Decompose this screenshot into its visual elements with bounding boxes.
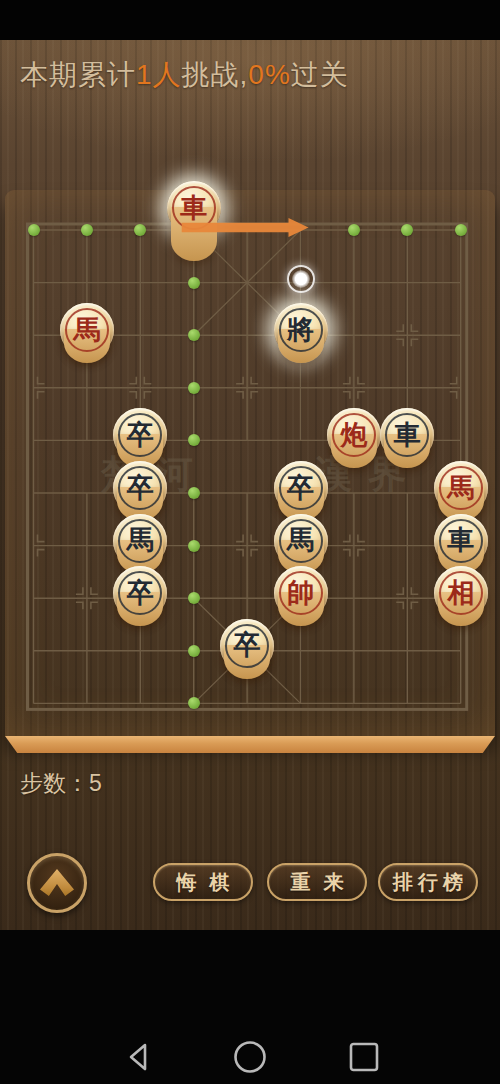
board-front-edge xyxy=(5,736,495,753)
piece-black-horse[interactable]: 馬 xyxy=(113,514,167,568)
recents-icon[interactable] xyxy=(349,1042,379,1072)
move-hint-dot[interactable] xyxy=(188,329,200,341)
undo-button[interactable]: 悔棋 xyxy=(153,863,253,901)
piece-black-horse[interactable]: 馬 xyxy=(274,514,328,568)
move-hint-dot[interactable] xyxy=(28,224,40,236)
piece-black-general[interactable]: 將 xyxy=(274,303,328,357)
stats-middle: 挑战, xyxy=(182,59,249,90)
stats-pass-rate: 0% xyxy=(248,59,290,90)
move-counter-value: 5 xyxy=(89,770,102,796)
home-icon[interactable] xyxy=(233,1040,267,1074)
up-chevron-icon xyxy=(40,869,74,896)
piece-black-soldier[interactable]: 卒 xyxy=(113,408,167,462)
back-icon[interactable] xyxy=(129,1043,149,1071)
move-hint-dot[interactable] xyxy=(188,697,200,709)
piece-black-soldier[interactable]: 卒 xyxy=(274,461,328,515)
restart-button[interactable]: 重来 xyxy=(267,863,367,901)
expand-button[interactable] xyxy=(27,853,87,913)
challenge-stats-text: 本期累计1人挑战,0%过关 xyxy=(20,56,349,94)
piece-black-chariot[interactable]: 車 xyxy=(380,408,434,462)
move-counter: 步数：5 xyxy=(20,768,102,799)
move-counter-label: 步数： xyxy=(20,770,89,796)
move-hint-dot[interactable] xyxy=(188,592,200,604)
move-hint-dot[interactable] xyxy=(455,224,467,236)
move-hint-dot[interactable] xyxy=(188,540,200,552)
move-hint-dot[interactable] xyxy=(188,382,200,394)
move-hint-dot[interactable] xyxy=(81,224,93,236)
piece-red-cannon[interactable]: 炮 xyxy=(327,408,381,462)
piece-red-elephant[interactable]: 相 xyxy=(434,566,488,620)
move-hint-dot[interactable] xyxy=(188,487,200,499)
piece-red-horse[interactable]: 馬 xyxy=(60,303,114,357)
move-hint-dot[interactable] xyxy=(188,434,200,446)
stats-challengers: 1人 xyxy=(136,59,182,90)
android-navbar: Bai du 经验 jingyan.baidu.com xyxy=(0,930,500,1084)
piece-black-soldier[interactable]: 卒 xyxy=(220,619,274,673)
move-hint-dot[interactable] xyxy=(348,224,360,236)
piece-black-soldier[interactable]: 卒 xyxy=(113,461,167,515)
piece-black-chariot[interactable]: 車 xyxy=(434,514,488,568)
stats-suffix: 过关 xyxy=(291,59,349,90)
phone-screen: 本期累计1人挑战,0%过关 楚河 漢界 車馬將卒炮車卒卒馬馬馬車卒帥相卒 步数：… xyxy=(0,0,500,1084)
move-hint-dot[interactable] xyxy=(188,277,200,289)
piece-red-general[interactable]: 帥 xyxy=(274,566,328,620)
stats-prefix: 本期累计 xyxy=(20,59,136,90)
move-hint-dot[interactable] xyxy=(188,645,200,657)
status-bar xyxy=(0,0,500,40)
leaderboard-button[interactable]: 排行榜 xyxy=(378,863,478,901)
piece-red-horse[interactable]: 馬 xyxy=(434,461,488,515)
piece-black-soldier[interactable]: 卒 xyxy=(113,566,167,620)
piece-red-chariot[interactable]: 車 xyxy=(167,181,221,235)
